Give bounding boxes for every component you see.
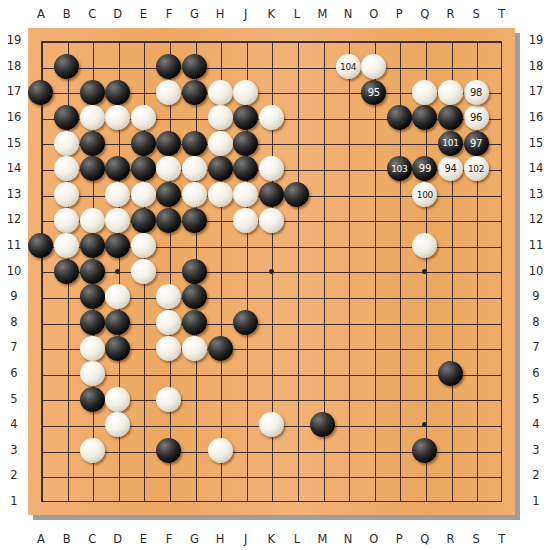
column-label-bottom-H: H <box>207 529 233 549</box>
black-stone-B18 <box>54 54 79 79</box>
row-label-right-2: 2 <box>524 463 548 489</box>
white-stone-C16 <box>80 105 105 130</box>
white-stone-S14-move-102: 102 <box>464 156 489 181</box>
column-label-top-N: N <box>335 4 361 24</box>
white-stone-J12 <box>233 208 258 233</box>
row-label-left-16: 16 <box>2 105 26 131</box>
row-label-left-1: 1 <box>2 489 26 515</box>
black-stone-G9 <box>182 284 207 309</box>
row-label-right-16: 16 <box>524 105 548 131</box>
black-stone-C15 <box>80 131 105 156</box>
white-stone-F9 <box>156 284 181 309</box>
row-label-left-8: 8 <box>2 310 26 336</box>
white-stone-K12 <box>259 208 284 233</box>
white-stone-J17 <box>233 80 258 105</box>
black-stone-G15 <box>182 131 207 156</box>
black-stone-J8 <box>233 310 258 335</box>
white-stone-E11 <box>131 233 156 258</box>
white-stone-C7 <box>80 336 105 361</box>
black-stone-Q14-move-99: 99 <box>412 156 437 181</box>
column-label-top-H: H <box>207 4 233 24</box>
column-label-bottom-J: J <box>233 529 259 549</box>
column-label-top-G: G <box>182 4 208 24</box>
column-label-bottom-Q: Q <box>412 529 438 549</box>
row-label-right-12: 12 <box>524 207 548 233</box>
column-label-top-M: M <box>310 4 336 24</box>
black-stone-D7 <box>105 336 130 361</box>
black-stone-P16 <box>387 105 412 130</box>
white-stone-R17 <box>438 80 463 105</box>
column-label-bottom-N: N <box>335 529 361 549</box>
row-label-left-9: 9 <box>2 284 26 310</box>
column-label-bottom-L: L <box>284 529 310 549</box>
black-stone-C9 <box>80 284 105 309</box>
black-stone-H14 <box>208 156 233 181</box>
white-stone-S17-move-98: 98 <box>464 80 489 105</box>
column-label-bottom-S: S <box>463 529 489 549</box>
black-stone-C11 <box>80 233 105 258</box>
column-label-bottom-B: B <box>54 529 80 549</box>
white-stone-C12 <box>80 208 105 233</box>
column-label-top-P: P <box>387 4 413 24</box>
black-stone-R6 <box>438 361 463 386</box>
white-stone-H13 <box>208 182 233 207</box>
black-stone-G18 <box>182 54 207 79</box>
row-label-right-18: 18 <box>524 54 548 80</box>
white-stone-Q13-move-100: 100 <box>412 182 437 207</box>
column-label-bottom-R: R <box>438 529 464 549</box>
black-stone-C17 <box>80 80 105 105</box>
black-stone-G10 <box>182 259 207 284</box>
black-stone-K13 <box>259 182 284 207</box>
black-stone-R16 <box>438 105 463 130</box>
row-label-right-13: 13 <box>524 182 548 208</box>
row-label-right-4: 4 <box>524 412 548 438</box>
white-stone-K16 <box>259 105 284 130</box>
row-label-left-2: 2 <box>2 463 26 489</box>
white-stone-B14 <box>54 156 79 181</box>
white-stone-H16 <box>208 105 233 130</box>
column-label-top-C: C <box>79 4 105 24</box>
white-stone-F14 <box>156 156 181 181</box>
black-stone-Q3 <box>412 438 437 463</box>
white-stone-D5 <box>105 387 130 412</box>
black-stone-C8 <box>80 310 105 335</box>
white-stone-F17 <box>156 80 181 105</box>
row-label-right-14: 14 <box>524 156 548 182</box>
column-label-top-K: K <box>259 4 285 24</box>
row-label-left-14: 14 <box>2 156 26 182</box>
white-stone-H3 <box>208 438 233 463</box>
black-stone-P14-move-103: 103 <box>387 156 412 181</box>
row-label-right-19: 19 <box>524 28 548 54</box>
column-label-bottom-E: E <box>131 529 157 549</box>
column-label-bottom-C: C <box>79 529 105 549</box>
black-stone-Q16 <box>412 105 437 130</box>
column-label-bottom-D: D <box>105 529 131 549</box>
black-stone-E15 <box>131 131 156 156</box>
column-label-top-S: S <box>463 4 489 24</box>
column-label-bottom-G: G <box>182 529 208 549</box>
white-stone-E16 <box>131 105 156 130</box>
column-label-bottom-O: O <box>361 529 387 549</box>
column-label-top-Q: Q <box>412 4 438 24</box>
row-label-left-17: 17 <box>2 79 26 105</box>
black-stone-R15-move-101: 101 <box>438 131 463 156</box>
black-stone-L13 <box>284 182 309 207</box>
row-label-left-13: 13 <box>2 182 26 208</box>
white-stone-J13 <box>233 182 258 207</box>
black-stone-G17 <box>182 80 207 105</box>
column-label-top-L: L <box>284 4 310 24</box>
white-stone-H15 <box>208 131 233 156</box>
row-label-left-4: 4 <box>2 412 26 438</box>
column-label-top-A: A <box>28 4 54 24</box>
white-stone-O18 <box>361 54 386 79</box>
column-label-top-D: D <box>105 4 131 24</box>
black-stone-E12 <box>131 208 156 233</box>
row-label-right-1: 1 <box>524 489 548 515</box>
black-stone-D14 <box>105 156 130 181</box>
white-stone-K14 <box>259 156 284 181</box>
column-label-bottom-F: F <box>156 529 182 549</box>
black-stone-F15 <box>156 131 181 156</box>
black-stone-D8 <box>105 310 130 335</box>
row-label-right-17: 17 <box>524 79 548 105</box>
row-label-left-18: 18 <box>2 54 26 80</box>
white-stone-F7 <box>156 336 181 361</box>
white-stone-D16 <box>105 105 130 130</box>
row-label-left-11: 11 <box>2 233 26 259</box>
black-stone-E14 <box>131 156 156 181</box>
row-label-left-6: 6 <box>2 361 26 387</box>
row-label-right-7: 7 <box>524 335 548 361</box>
white-stone-N18-move-104: 104 <box>336 54 361 79</box>
black-stone-C10 <box>80 259 105 284</box>
black-stone-B10 <box>54 259 79 284</box>
black-stone-J16 <box>233 105 258 130</box>
row-label-left-5: 5 <box>2 387 26 413</box>
white-stone-E10 <box>131 259 156 284</box>
white-stone-B11 <box>54 233 79 258</box>
white-stone-R14-move-94: 94 <box>438 156 463 181</box>
black-stone-J14 <box>233 156 258 181</box>
black-stone-F18 <box>156 54 181 79</box>
white-stone-G14 <box>182 156 207 181</box>
white-stone-D4 <box>105 412 130 437</box>
white-stone-K4 <box>259 412 284 437</box>
white-stone-G7 <box>182 336 207 361</box>
row-label-right-6: 6 <box>524 361 548 387</box>
white-stone-H17 <box>208 80 233 105</box>
go-diagram: ABCDEFGHJKLMNOPQRST 19181716151413121110… <box>0 0 550 550</box>
row-label-left-15: 15 <box>2 131 26 157</box>
column-label-top-B: B <box>54 4 80 24</box>
black-stone-J15 <box>233 131 258 156</box>
row-label-left-7: 7 <box>2 335 26 361</box>
column-label-bottom-A: A <box>28 529 54 549</box>
white-stone-S16-move-96: 96 <box>464 105 489 130</box>
black-stone-G12 <box>182 208 207 233</box>
white-stone-B12 <box>54 208 79 233</box>
black-stone-A17 <box>28 80 53 105</box>
column-label-bottom-K: K <box>259 529 285 549</box>
column-label-top-R: R <box>438 4 464 24</box>
white-stone-F8 <box>156 310 181 335</box>
column-label-top-F: F <box>156 4 182 24</box>
white-stone-F5 <box>156 387 181 412</box>
black-stone-S15-move-97: 97 <box>464 131 489 156</box>
row-labels-left: 19181716151413121110987654321 <box>2 28 26 514</box>
go-board: 949596979899100101102103104 <box>28 28 515 515</box>
row-label-left-10: 10 <box>2 259 26 285</box>
row-label-right-3: 3 <box>524 438 548 464</box>
black-stone-H7 <box>208 336 233 361</box>
white-stone-D9 <box>105 284 130 309</box>
white-stone-D12 <box>105 208 130 233</box>
column-label-bottom-P: P <box>387 529 413 549</box>
white-stone-G13 <box>182 182 207 207</box>
column-label-top-J: J <box>233 4 259 24</box>
row-label-right-9: 9 <box>524 284 548 310</box>
black-stone-A11 <box>28 233 53 258</box>
black-stone-O17-move-95: 95 <box>361 80 386 105</box>
row-label-right-10: 10 <box>524 259 548 285</box>
white-stone-Q11 <box>412 233 437 258</box>
row-label-right-15: 15 <box>524 131 548 157</box>
black-stone-D17 <box>105 80 130 105</box>
black-stone-D11 <box>105 233 130 258</box>
white-stone-B13 <box>54 182 79 207</box>
white-stone-D13 <box>105 182 130 207</box>
row-label-right-8: 8 <box>524 310 548 336</box>
black-stone-F12 <box>156 208 181 233</box>
row-label-left-12: 12 <box>2 207 26 233</box>
row-label-left-19: 19 <box>2 28 26 54</box>
column-label-top-E: E <box>131 4 157 24</box>
black-stone-F13 <box>156 182 181 207</box>
black-stone-C5 <box>80 387 105 412</box>
stones-layer: 949596979899100101102103104 <box>28 28 514 514</box>
white-stone-Q17 <box>412 80 437 105</box>
black-stone-C14 <box>80 156 105 181</box>
column-labels-top: ABCDEFGHJKLMNOPQRST <box>28 4 514 24</box>
row-label-right-5: 5 <box>524 387 548 413</box>
column-label-bottom-M: M <box>310 529 336 549</box>
row-label-right-11: 11 <box>524 233 548 259</box>
black-stone-M4 <box>310 412 335 437</box>
column-label-top-O: O <box>361 4 387 24</box>
row-labels-right: 19181716151413121110987654321 <box>524 28 548 514</box>
column-labels-bottom: ABCDEFGHJKLMNOPQRST <box>28 529 514 549</box>
row-label-left-3: 3 <box>2 438 26 464</box>
column-label-top-T: T <box>489 4 515 24</box>
white-stone-E13 <box>131 182 156 207</box>
white-stone-C6 <box>80 361 105 386</box>
black-stone-G8 <box>182 310 207 335</box>
black-stone-F3 <box>156 438 181 463</box>
white-stone-C3 <box>80 438 105 463</box>
column-label-bottom-T: T <box>489 529 515 549</box>
white-stone-B15 <box>54 131 79 156</box>
black-stone-B16 <box>54 105 79 130</box>
